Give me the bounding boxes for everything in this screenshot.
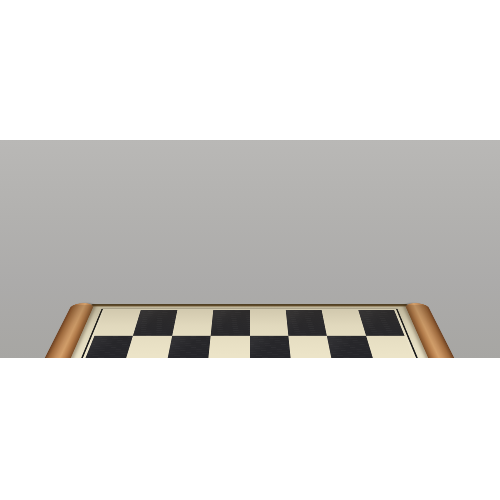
board-square bbox=[172, 310, 213, 336]
board-back-edge bbox=[90, 304, 408, 306]
studio-backdrop bbox=[0, 140, 500, 358]
board-border-line bbox=[58, 309, 441, 358]
checker-grid bbox=[64, 310, 435, 358]
board-square bbox=[211, 310, 250, 336]
photo-frame bbox=[0, 0, 500, 500]
board-square bbox=[250, 336, 291, 358]
board-square bbox=[358, 310, 404, 336]
board-square bbox=[126, 336, 172, 358]
board-top bbox=[17, 305, 482, 358]
board-square bbox=[286, 310, 327, 336]
board-square bbox=[84, 336, 133, 358]
board-square bbox=[288, 336, 332, 358]
board-square bbox=[208, 336, 249, 358]
board-square bbox=[366, 336, 415, 358]
board-square bbox=[133, 310, 177, 336]
board-square bbox=[167, 336, 211, 358]
board-square bbox=[250, 310, 289, 336]
